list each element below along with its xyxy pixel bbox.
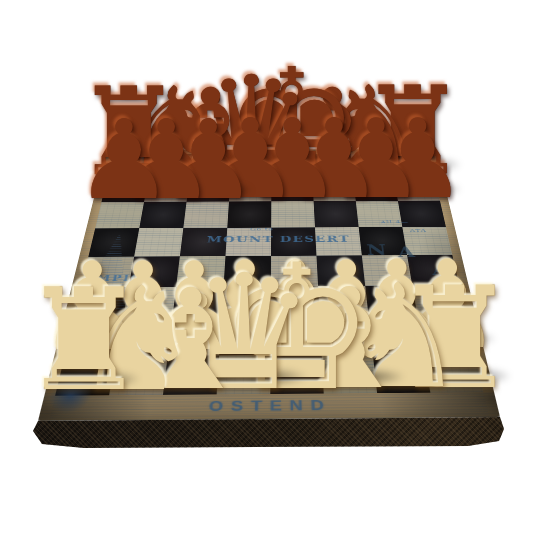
chessboard-product-photo: OswegoGo toMOUNT DESERTYMPICAll 4—ATANAA… [0,0,533,533]
piece-dark-pawn-a7[interactable]: ♟ [75,106,173,216]
piece-light-rook-a1[interactable]: ♜ [21,270,147,411]
pieces-layer: ♜♞♝♚♛♝♞♜♟♟♟♟♟♟♟♟♟♟♟♟♟♟♟♟♜♞♝♚♛♝♞♜ [0,0,533,533]
